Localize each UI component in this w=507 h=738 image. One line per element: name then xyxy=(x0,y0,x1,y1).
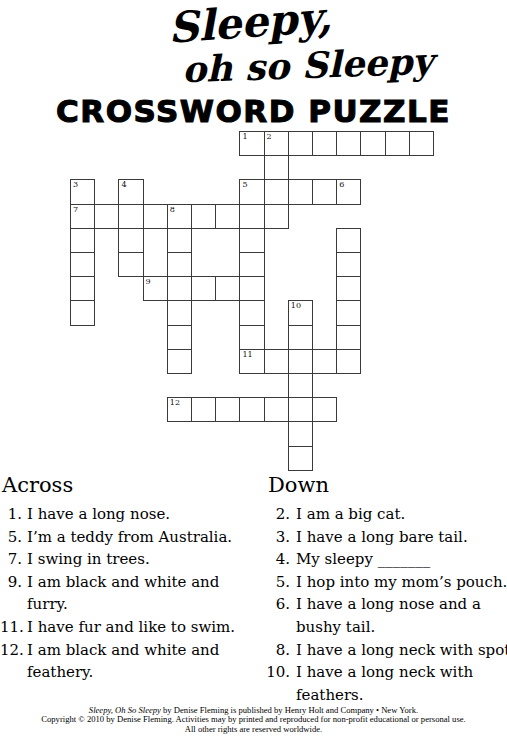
grid-cell[interactable]: 5 xyxy=(239,179,264,204)
clue-item-text: I’m a teddy from Australia. xyxy=(27,526,232,549)
grid-cell[interactable] xyxy=(288,325,313,350)
clue-item-text: I have a long nose. xyxy=(27,503,170,526)
clue-item-number: 12. xyxy=(0,639,27,684)
grid-cell[interactable] xyxy=(118,252,143,277)
grid-cell[interactable] xyxy=(239,204,264,229)
clue-number: 12 xyxy=(170,398,180,407)
grid-cell[interactable] xyxy=(336,252,361,277)
clue-item: 12.I am black and white and feathery. xyxy=(0,639,260,684)
grid-cell[interactable] xyxy=(288,421,313,446)
grid-cell[interactable] xyxy=(336,349,361,374)
grid-cell[interactable] xyxy=(288,373,313,398)
clue-item: 4.My sleepy _______ xyxy=(266,548,507,571)
grid-cell[interactable] xyxy=(191,204,216,229)
clue-item: 5.I hop into my mom’s pouch. xyxy=(266,571,507,594)
grid-cell[interactable]: 6 xyxy=(336,179,361,204)
grid-cell[interactable] xyxy=(385,131,410,156)
grid-cell[interactable]: 8 xyxy=(167,204,192,229)
grid-cell[interactable] xyxy=(239,252,264,277)
clue-number: 11 xyxy=(242,350,252,359)
grid-cell[interactable] xyxy=(167,300,192,325)
clue-item-text: I swing in trees. xyxy=(27,548,150,571)
clue-item: 6.I have a long nose and a bushy tail. xyxy=(266,593,507,638)
down-clue-list: 2.I am a big cat.3.I have a long bare ta… xyxy=(266,503,507,706)
across-clue-list: 1.I have a long nose.5.I’m a teddy from … xyxy=(0,503,260,684)
clue-item-number: 7. xyxy=(0,548,27,571)
grid-cell[interactable] xyxy=(312,131,337,156)
clue-item: 10.I have a long neck with feathers. xyxy=(266,661,507,706)
grid-cell[interactable] xyxy=(312,179,337,204)
across-header: Across xyxy=(2,474,260,497)
clue-item-number: 10. xyxy=(266,661,296,706)
grid-cell[interactable] xyxy=(336,276,361,301)
clue-item-number: 5. xyxy=(0,526,27,549)
grid-cell[interactable] xyxy=(239,325,264,350)
clue-item: 5.I’m a teddy from Australia. xyxy=(0,526,260,549)
clue-item-text: I have a long nose and a bushy tail. xyxy=(296,593,481,638)
grid-cell[interactable] xyxy=(336,300,361,325)
clue-item: 9.I am black and white and furry. xyxy=(0,571,260,616)
grid-cell[interactable] xyxy=(70,252,95,277)
clue-number: 4 xyxy=(121,180,126,189)
clue-item-text: I have fur and like to swim. xyxy=(27,616,235,639)
grid-cell[interactable] xyxy=(215,397,240,422)
clue-item-number: 3. xyxy=(266,526,296,549)
grid-cell[interactable] xyxy=(167,252,192,277)
clue-item: 1.I have a long nose. xyxy=(0,503,260,526)
clue-item-number: 9. xyxy=(0,571,27,616)
grid-cell[interactable] xyxy=(264,155,289,180)
clue-number: 7 xyxy=(73,205,78,214)
grid-cell[interactable] xyxy=(191,397,216,422)
clue-item-text: I have a long neck with feathers. xyxy=(296,661,473,706)
grid-cell[interactable] xyxy=(239,228,264,253)
clue-number: 6 xyxy=(339,180,344,189)
grid-cell[interactable] xyxy=(167,325,192,350)
clue-item: 8.I have a long neck with spots. xyxy=(266,639,507,662)
footer-line3: All other rights are reserved worldwide. xyxy=(0,725,507,734)
clue-number: 9 xyxy=(146,277,151,286)
clue-item: 11.I have fur and like to swim. xyxy=(0,616,260,639)
clue-item: 2.I am a big cat. xyxy=(266,503,507,526)
clue-item-text: My sleepy _______ xyxy=(296,548,430,571)
grid-cell[interactable] xyxy=(191,276,216,301)
footer: Sleepy, Oh So Sleepy by Denise Fleming i… xyxy=(0,706,507,734)
clue-number: 2 xyxy=(267,132,272,141)
grid-cell[interactable]: 1 xyxy=(239,131,264,156)
grid-cell[interactable] xyxy=(215,276,240,301)
clue-item-text: I am black and white and furry. xyxy=(27,571,219,616)
clue-number: 10 xyxy=(291,301,301,310)
grid-cell[interactable] xyxy=(264,397,289,422)
grid-cell[interactable]: 4 xyxy=(118,179,143,204)
grid-cell[interactable] xyxy=(167,228,192,253)
clue-item-number: 8. xyxy=(266,639,296,662)
grid-cell[interactable] xyxy=(288,131,313,156)
clue-number: 8 xyxy=(170,205,175,214)
across-clues-section: Across 1.I have a long nose.5.I’m a tedd… xyxy=(0,474,260,684)
grid-cell[interactable] xyxy=(70,276,95,301)
clue-item: 3.I have a long bare tail. xyxy=(266,526,507,549)
grid-cell[interactable] xyxy=(118,228,143,253)
grid-cell[interactable]: 9 xyxy=(143,276,168,301)
clue-item-text: I have a long neck with spots. xyxy=(296,639,507,662)
grid-cell[interactable]: 12 xyxy=(167,397,192,422)
grid-cell[interactable] xyxy=(288,349,313,374)
grid-cell[interactable] xyxy=(239,397,264,422)
clue-item-text: I have a long bare tail. xyxy=(296,526,468,549)
grid-cell[interactable] xyxy=(264,204,289,229)
clue-item-number: 5. xyxy=(266,571,296,594)
grid-cell[interactable] xyxy=(167,349,192,374)
grid-cell[interactable] xyxy=(70,300,95,325)
grid-cell[interactable] xyxy=(239,300,264,325)
clue-number: 3 xyxy=(73,180,78,189)
grid-cell[interactable] xyxy=(288,179,313,204)
clue-item-number: 2. xyxy=(266,503,296,526)
down-header: Down xyxy=(268,474,507,497)
grid-cell[interactable] xyxy=(70,228,95,253)
grid-cell[interactable] xyxy=(288,446,313,471)
grid-cell[interactable] xyxy=(336,325,361,350)
page-title: CROSSWORD PUZZLE xyxy=(0,93,507,129)
clue-item-text: I am a big cat. xyxy=(296,503,405,526)
grid-cell[interactable] xyxy=(94,204,119,229)
grid-cell[interactable] xyxy=(336,131,361,156)
grid-cell[interactable]: 7 xyxy=(70,204,95,229)
grid-cell[interactable] xyxy=(264,349,289,374)
clue-item-number: 4. xyxy=(266,548,296,571)
grid-cell[interactable]: 3 xyxy=(70,179,95,204)
grid-cell[interactable] xyxy=(312,349,337,374)
clue-item-text: I am black and white and feathery. xyxy=(27,639,219,684)
book-title-line2: oh so Sleepy xyxy=(181,40,433,91)
grid-cell[interactable] xyxy=(409,131,434,156)
clue-item-number: 11. xyxy=(0,616,27,639)
grid-cell[interactable] xyxy=(288,397,313,422)
clue-item-number: 1. xyxy=(0,503,27,526)
clue-number: 1 xyxy=(242,132,247,141)
clue-item: 7.I swing in trees. xyxy=(0,548,260,571)
grid-cell[interactable]: 11 xyxy=(239,349,264,374)
grid-cell[interactable] xyxy=(167,276,192,301)
grid-cell[interactable] xyxy=(215,204,240,229)
clue-item-text: I hop into my mom’s pouch. xyxy=(296,571,507,594)
grid-cell[interactable]: 2 xyxy=(264,131,289,156)
page: Sleepy, oh so Sleepy CROSSWORD PUZZLE 12… xyxy=(0,0,507,738)
grid-cell[interactable]: 10 xyxy=(288,300,313,325)
grid-cell[interactable] xyxy=(143,204,168,229)
grid-cell[interactable] xyxy=(264,179,289,204)
grid-cell[interactable] xyxy=(360,131,385,156)
clue-item-number: 6. xyxy=(266,593,296,638)
clue-number: 5 xyxy=(242,180,247,189)
down-clues-section: Down 2.I am a big cat.3.I have a long ba… xyxy=(266,474,507,706)
grid-cell[interactable] xyxy=(312,397,337,422)
grid-cell[interactable] xyxy=(239,276,264,301)
grid-cell[interactable] xyxy=(118,204,143,229)
grid-cell[interactable] xyxy=(336,228,361,253)
